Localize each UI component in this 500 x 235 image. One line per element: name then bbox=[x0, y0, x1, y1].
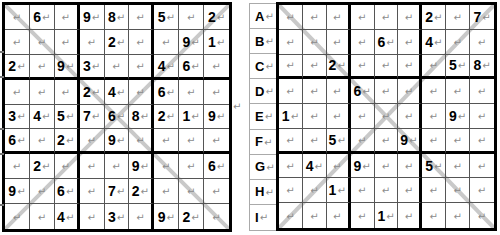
right-cell-r6c8[interactable]: ↵ bbox=[446, 129, 470, 154]
formatting-mark-icon: ↵ bbox=[382, 186, 390, 196]
right-cell-r7c6[interactable]: ↵ bbox=[398, 154, 422, 179]
given-digit: 8 bbox=[108, 10, 116, 24]
right-cell-r2c7[interactable]: 4↵ bbox=[422, 30, 446, 55]
left-cell-r8c5[interactable]: 7↵ bbox=[105, 179, 130, 204]
formatting-mark-icon: ↵ bbox=[358, 112, 366, 122]
given-digit: 6 bbox=[208, 159, 216, 173]
left-cell-r5c5[interactable]: 6↵ bbox=[105, 105, 130, 130]
right-cell-r8c6[interactable]: ↵ bbox=[398, 178, 422, 203]
formatting-mark-icon: ↵ bbox=[166, 112, 174, 122]
formatting-mark-icon: ↵ bbox=[405, 186, 413, 196]
right-cell-r6c1[interactable]: ↵ bbox=[279, 129, 303, 154]
right-cell-r8c9[interactable]: ↵ bbox=[470, 178, 494, 203]
right-cell-r9c6[interactable]: ↵ bbox=[398, 203, 422, 228]
given-digit: 9 bbox=[449, 109, 457, 123]
right-cell-r5c7[interactable]: ↵ bbox=[422, 104, 446, 129]
formatting-mark-icon: ↵ bbox=[217, 162, 225, 172]
formatting-mark-icon: ↵ bbox=[42, 13, 50, 23]
right-cell-r6c2[interactable]: ↵ bbox=[303, 129, 327, 154]
formatting-mark-icon: ↵ bbox=[66, 112, 74, 122]
right-cell-r3c6[interactable]: ↵ bbox=[398, 55, 422, 80]
left-cell-r7c7[interactable]: ↵ bbox=[154, 154, 179, 179]
given-digit: 9 bbox=[57, 59, 65, 73]
left-cell-r3c8[interactable]: 6↵ bbox=[179, 55, 204, 80]
left-cell-r4c9[interactable]: ↵ bbox=[204, 80, 229, 105]
left-cell-r9c5[interactable]: 3↵ bbox=[105, 204, 130, 229]
given-digit: 2 bbox=[425, 10, 433, 24]
left-cell-r3c5[interactable]: ↵ bbox=[105, 55, 130, 80]
formatting-mark-icon: ↵ bbox=[38, 136, 46, 146]
row-label-E: E↵ bbox=[250, 104, 276, 129]
formatting-mark-icon: ↵ bbox=[482, 61, 490, 71]
formatting-mark-icon: ↵ bbox=[42, 162, 50, 172]
row-label-letter: I bbox=[255, 211, 259, 224]
right-cell-r7c1[interactable]: ↵ bbox=[279, 154, 303, 179]
right-cell-r8c3[interactable]: 1↵ bbox=[327, 178, 351, 203]
right-cell-r1c6[interactable]: ↵ bbox=[398, 5, 422, 30]
right-cell-r1c5[interactable]: ↵ bbox=[375, 5, 399, 30]
left-cell-r1c9[interactable]: 2↵ bbox=[204, 5, 229, 30]
left-cell-r6c4[interactable]: ↵ bbox=[80, 129, 105, 154]
given-digit: 8 bbox=[473, 58, 481, 72]
formatting-mark-icon: ↵ bbox=[478, 186, 486, 196]
formatting-mark-icon: ↵ bbox=[136, 62, 144, 72]
right-cell-r5c3[interactable]: ↵ bbox=[327, 104, 351, 129]
left-cell-r8c7[interactable]: ↵ bbox=[154, 179, 179, 204]
row-label-column: A↵B↵C↵D↵E↵F↵G↵H↵I↵ bbox=[249, 3, 276, 231]
left-cell-r4c7[interactable]: 6↵ bbox=[154, 80, 179, 105]
right-cell-r4c7[interactable]: ↵ bbox=[422, 79, 446, 104]
right-cell-r2c9[interactable]: ↵ bbox=[470, 30, 494, 55]
formatting-mark-icon: ↵ bbox=[405, 162, 413, 172]
given-digit: 1 bbox=[183, 109, 191, 123]
left-cell-r2c5[interactable]: 2↵ bbox=[105, 30, 130, 55]
given-digit: 6 bbox=[158, 85, 166, 99]
left-cell-r1c6[interactable]: ↵ bbox=[129, 5, 154, 30]
formatting-mark-icon: ↵ bbox=[430, 87, 438, 97]
formatting-mark-icon: ↵ bbox=[358, 212, 366, 222]
given-digit: 9 bbox=[83, 10, 91, 24]
given-digit: 2 bbox=[158, 109, 166, 123]
formatting-mark-icon: ↵ bbox=[17, 136, 25, 146]
formatting-mark-icon: ↵ bbox=[92, 88, 100, 98]
given-digit: 4 bbox=[108, 85, 116, 99]
given-digit: 6 bbox=[8, 133, 16, 147]
left-cell-r7c1[interactable]: ↵ bbox=[5, 154, 30, 179]
left-cell-r6c3[interactable]: 2↵ bbox=[55, 129, 80, 154]
right-cell-r3c9[interactable]: 8↵ bbox=[470, 55, 494, 80]
formatting-mark-icon: ↵ bbox=[310, 87, 318, 97]
left-cell-r7c5[interactable]: ↵ bbox=[105, 154, 130, 179]
given-digit: 2 bbox=[132, 184, 140, 198]
left-cell-r2c9[interactable]: 1↵ bbox=[204, 30, 229, 55]
left-cell-r8c1[interactable]: 9↵ bbox=[5, 179, 30, 204]
row-label-D: D↵ bbox=[250, 79, 276, 104]
right-cell-r7c3[interactable]: ↵ bbox=[327, 154, 351, 179]
formatting-mark-icon: ↵ bbox=[17, 187, 25, 197]
left-cell-r3c2[interactable]: ↵ bbox=[30, 55, 55, 80]
right-cell-r9c7[interactable]: ↵ bbox=[422, 203, 446, 228]
right-cell-r9c4[interactable]: ↵ bbox=[351, 203, 375, 228]
right-cell-r7c8[interactable]: ↵ bbox=[446, 154, 470, 179]
row-label-I: I↵ bbox=[250, 205, 276, 230]
given-digit: 9 bbox=[400, 133, 408, 147]
formatting-mark-icon: ↵ bbox=[136, 88, 144, 98]
left-cell-r9c2[interactable]: ↵ bbox=[30, 204, 55, 229]
left-cell-r8c6[interactable]: 2↵ bbox=[129, 179, 154, 204]
formatting-mark-icon: ↵ bbox=[453, 87, 461, 97]
formatting-mark-icon: ↵ bbox=[405, 13, 413, 23]
given-digit: 9 bbox=[108, 133, 116, 147]
formatting-mark-icon: ↵ bbox=[286, 13, 294, 23]
given-digit: 9 bbox=[158, 210, 166, 224]
formatting-mark-icon: ↵ bbox=[87, 38, 95, 48]
given-digit: 2 bbox=[208, 10, 216, 24]
formatting-mark-icon: ↵ bbox=[382, 112, 390, 122]
formatting-mark-icon: ↵ bbox=[362, 162, 370, 172]
formatting-mark-icon: ↵ bbox=[117, 88, 125, 98]
right-cell-r7c2[interactable]: 4↵ bbox=[303, 154, 327, 179]
right-cell-r3c8[interactable]: 5↵ bbox=[446, 55, 470, 80]
given-digit: 5 bbox=[158, 10, 166, 24]
right-cell-r6c4[interactable]: ↵ bbox=[351, 129, 375, 154]
formatting-mark-icon: ↵ bbox=[286, 38, 294, 48]
left-cell-r5c4[interactable]: 7↵ bbox=[80, 105, 105, 130]
left-cell-r3c9[interactable]: ↵ bbox=[204, 55, 229, 80]
formatting-mark-icon: ↵ bbox=[358, 61, 366, 71]
left-cell-r1c2[interactable]: 6↵ bbox=[30, 5, 55, 30]
right-cell-r3c7[interactable]: ↵ bbox=[422, 55, 446, 80]
given-digit: 1 bbox=[377, 209, 385, 223]
formatting-mark-icon: ↵ bbox=[136, 38, 144, 48]
left-cell-r1c5[interactable]: 8↵ bbox=[105, 5, 130, 30]
left-cell-r3c4[interactable]: 3↵ bbox=[80, 55, 105, 80]
right-cell-r7c7[interactable]: 5↵ bbox=[422, 154, 446, 179]
right-cell-r8c1[interactable]: ↵ bbox=[279, 178, 303, 203]
formatting-mark-icon: ↵ bbox=[62, 38, 70, 48]
formatting-mark-icon: ↵ bbox=[405, 212, 413, 222]
sudoku-grid-left: ↵6↵↵9↵8↵↵5↵↵2↵↵↵↵↵2↵↵↵9↵1↵2↵↵9↵3↵↵↵4↵6↵↵… bbox=[2, 2, 232, 232]
right-cell-r8c4[interactable]: ↵ bbox=[351, 178, 375, 203]
left-cell-r2c8[interactable]: 9↵ bbox=[179, 30, 204, 55]
left-cell-r3c7[interactable]: 4↵ bbox=[154, 55, 179, 80]
left-cell-r7c3[interactable]: ↵ bbox=[55, 154, 80, 179]
left-cell-r2c1[interactable]: ↵ bbox=[5, 30, 30, 55]
left-cell-r7c6[interactable]: 9↵ bbox=[129, 154, 154, 179]
left-cell-r7c4[interactable]: ↵ bbox=[80, 154, 105, 179]
page-edge-artifact-mark bbox=[0, 128, 4, 130]
formatting-mark-icon: ↵ bbox=[162, 162, 170, 172]
left-cell-r4c5[interactable]: 4↵ bbox=[105, 80, 130, 105]
formatting-mark-icon: ↵ bbox=[66, 213, 74, 223]
right-cell-r7c5[interactable]: ↵ bbox=[375, 154, 399, 179]
formatting-mark-icon: ↵ bbox=[265, 62, 273, 72]
formatting-mark-icon: ↵ bbox=[453, 136, 461, 146]
right-cell-r5c1[interactable]: 1↵ bbox=[279, 104, 303, 129]
left-cell-r4c8[interactable]: ↵ bbox=[179, 80, 204, 105]
left-cell-r5c1[interactable]: 3↵ bbox=[5, 105, 30, 130]
right-cell-r9c8[interactable]: ↵ bbox=[446, 203, 470, 228]
right-cell-r9c1[interactable]: ↵ bbox=[279, 203, 303, 228]
formatting-mark-icon: ↵ bbox=[430, 186, 438, 196]
formatting-mark-icon: ↵ bbox=[17, 62, 25, 72]
formatting-mark-icon: ↵ bbox=[382, 13, 390, 23]
formatting-mark-icon: ↵ bbox=[191, 213, 199, 223]
formatting-mark-icon: ↵ bbox=[191, 112, 199, 122]
formatting-mark-icon: ↵ bbox=[286, 186, 294, 196]
formatting-mark-icon: ↵ bbox=[337, 61, 345, 71]
left-cell-r1c1[interactable]: ↵ bbox=[5, 5, 30, 30]
given-digit: 5 bbox=[57, 109, 65, 123]
left-cell-r4c2[interactable]: ↵ bbox=[30, 80, 55, 105]
formatting-mark-icon: ↵ bbox=[310, 136, 318, 146]
right-cell-r6c3[interactable]: 5↵ bbox=[327, 129, 351, 154]
right-cell-r2c1[interactable]: ↵ bbox=[279, 30, 303, 55]
left-cell-r7c8[interactable]: ↵ bbox=[179, 154, 204, 179]
formatting-mark-icon: ↵ bbox=[265, 12, 273, 22]
formatting-mark-icon: ↵ bbox=[310, 212, 318, 222]
right-cell-r2c8[interactable]: ↵ bbox=[446, 30, 470, 55]
formatting-mark-icon: ↵ bbox=[212, 213, 220, 223]
right-cell-r8c8[interactable]: ↵ bbox=[446, 178, 470, 203]
left-cell-r9c8[interactable]: 2↵ bbox=[179, 204, 204, 229]
row-label-F: F↵ bbox=[250, 130, 276, 155]
right-cell-r9c5[interactable]: 1↵ bbox=[375, 203, 399, 228]
right-cell-r7c4[interactable]: 9↵ bbox=[351, 154, 375, 179]
right-cell-r3c4[interactable]: ↵ bbox=[351, 55, 375, 80]
left-cell-r1c3[interactable]: ↵ bbox=[55, 5, 80, 30]
right-cell-r9c9[interactable]: ↵ bbox=[470, 203, 494, 228]
formatting-mark-icon: ↵ bbox=[141, 112, 149, 122]
formatting-mark-icon: ↵ bbox=[333, 38, 341, 48]
right-cell-r5c2[interactable]: ↵ bbox=[303, 104, 327, 129]
right-cell-r4c2[interactable]: ↵ bbox=[303, 79, 327, 104]
formatting-mark-icon: ↵ bbox=[117, 13, 125, 23]
right-cell-r4c4[interactable]: 6↵ bbox=[351, 79, 375, 104]
given-digit: 9 bbox=[354, 159, 362, 173]
right-cell-r6c5[interactable]: ↵ bbox=[375, 129, 399, 154]
row-label-letter: D bbox=[255, 85, 264, 98]
left-cell-r8c2[interactable]: ↵ bbox=[30, 179, 55, 204]
left-cell-r2c2[interactable]: ↵ bbox=[30, 30, 55, 55]
left-cell-r6c6[interactable]: ↵ bbox=[129, 129, 154, 154]
given-digit: 9 bbox=[208, 109, 216, 123]
right-cell-r4c8[interactable]: ↵ bbox=[446, 79, 470, 104]
left-cell-r9c4[interactable]: ↵ bbox=[80, 204, 105, 229]
given-digit: 3 bbox=[108, 210, 116, 224]
left-cell-r2c4[interactable]: ↵ bbox=[80, 30, 105, 55]
right-cell-r3c2[interactable]: ↵ bbox=[303, 55, 327, 80]
right-cell-r8c5[interactable]: ↵ bbox=[375, 178, 399, 203]
right-cell-r4c6[interactable]: ↵ bbox=[398, 79, 422, 104]
formatting-mark-icon: ↵ bbox=[286, 212, 294, 222]
right-cell-r5c6[interactable]: ↵ bbox=[398, 104, 422, 129]
formatting-mark-icon: ↵ bbox=[87, 162, 95, 172]
right-cell-r4c5[interactable]: ↵ bbox=[375, 79, 399, 104]
left-cell-r5c2[interactable]: 4↵ bbox=[30, 105, 55, 130]
right-cell-r2c3[interactable]: ↵ bbox=[327, 30, 351, 55]
left-cell-r1c7[interactable]: 5↵ bbox=[154, 5, 179, 30]
given-digit: 2 bbox=[329, 58, 337, 72]
right-cell-r2c4[interactable]: ↵ bbox=[351, 30, 375, 55]
right-cell-r5c4[interactable]: ↵ bbox=[351, 104, 375, 129]
left-cell-r5c8[interactable]: 1↵ bbox=[179, 105, 204, 130]
right-cell-r7c9[interactable]: ↵ bbox=[470, 154, 494, 179]
right-cell-r4c1[interactable]: ↵ bbox=[279, 79, 303, 104]
right-cell-r9c2[interactable]: ↵ bbox=[303, 203, 327, 228]
left-cell-r6c1[interactable]: 6↵ bbox=[5, 129, 30, 154]
formatting-mark-icon: ↵ bbox=[92, 112, 100, 122]
left-cell-r9c1[interactable]: ↵ bbox=[5, 204, 30, 229]
left-cell-r1c4[interactable]: 9↵ bbox=[80, 5, 105, 30]
formatting-mark-icon: ↵ bbox=[386, 38, 394, 48]
left-cell-r2c3[interactable]: ↵ bbox=[55, 30, 80, 55]
left-cell-r7c2[interactable]: 2↵ bbox=[30, 154, 55, 179]
left-cell-r3c6[interactable]: ↵ bbox=[129, 55, 154, 80]
given-digit: 2 bbox=[83, 85, 91, 99]
formatting-mark-icon: ↵ bbox=[217, 112, 225, 122]
formatting-mark-icon: ↵ bbox=[141, 187, 149, 197]
formatting-mark-icon: ↵ bbox=[162, 38, 170, 48]
right-cell-r4c9[interactable]: ↵ bbox=[470, 79, 494, 104]
left-cell-r4c4[interactable]: 2↵ bbox=[80, 80, 105, 105]
right-cell-r4c3[interactable]: ↵ bbox=[327, 79, 351, 104]
formatting-mark-icon: ↵ bbox=[62, 162, 70, 172]
right-cell-r1c1[interactable]: ↵ bbox=[279, 5, 303, 30]
right-cell-r1c7[interactable]: 2↵ bbox=[422, 5, 446, 30]
formatting-mark-icon: ↵ bbox=[191, 38, 199, 48]
given-digit: 6 bbox=[183, 59, 191, 73]
formatting-mark-icon: ↵ bbox=[264, 138, 272, 148]
left-cell-r3c1[interactable]: 2↵ bbox=[5, 55, 30, 80]
left-cell-r8c8[interactable]: ↵ bbox=[179, 179, 204, 204]
right-cell-r8c7[interactable]: ↵ bbox=[422, 178, 446, 203]
formatting-mark-icon: ↵ bbox=[382, 61, 390, 71]
right-cell-r1c8[interactable]: ↵ bbox=[446, 5, 470, 30]
formatting-mark-icon: ↵ bbox=[141, 162, 149, 172]
left-cell-r6c5[interactable]: 9↵ bbox=[105, 129, 130, 154]
formatting-mark-icon: ↵ bbox=[478, 212, 486, 222]
right-cell-r3c3[interactable]: 2↵ bbox=[327, 55, 351, 80]
left-cell-r2c7[interactable]: ↵ bbox=[154, 30, 179, 55]
left-cell-r8c3[interactable]: 6↵ bbox=[55, 179, 80, 204]
left-cell-r5c9[interactable]: 9↵ bbox=[204, 105, 229, 130]
left-cell-r5c7[interactable]: 2↵ bbox=[154, 105, 179, 130]
formatting-mark-icon: ↵ bbox=[136, 13, 144, 23]
right-cell-r1c3[interactable]: ↵ bbox=[327, 5, 351, 30]
formatting-mark-icon: ↵ bbox=[310, 38, 318, 48]
left-cell-r6c7[interactable]: ↵ bbox=[154, 129, 179, 154]
left-cell-r9c9[interactable]: ↵ bbox=[204, 204, 229, 229]
formatting-mark-icon: ↵ bbox=[386, 212, 394, 222]
row-label-letter: G bbox=[255, 160, 265, 173]
right-cell-r2c6[interactable]: ↵ bbox=[398, 30, 422, 55]
right-cell-r5c9[interactable]: ↵ bbox=[470, 104, 494, 129]
formatting-mark-icon: ↵ bbox=[136, 136, 144, 146]
left-cell-r1c8[interactable]: ↵ bbox=[179, 5, 204, 30]
formatting-mark-icon: ↵ bbox=[430, 61, 438, 71]
left-cell-r6c8[interactable]: ↵ bbox=[179, 129, 204, 154]
right-cell-r3c5[interactable]: ↵ bbox=[375, 55, 399, 80]
given-digit: 1 bbox=[208, 35, 216, 49]
right-cell-r9c3[interactable]: ↵ bbox=[327, 203, 351, 228]
left-cell-r5c3[interactable]: 5↵ bbox=[55, 105, 80, 130]
formatting-mark-icon: ↵ bbox=[212, 136, 220, 146]
right-cell-r2c5[interactable]: 6↵ bbox=[375, 30, 399, 55]
right-cell-r3c1[interactable]: ↵ bbox=[279, 55, 303, 80]
right-grid-cells: ↵↵↵↵↵↵2↵↵7↵↵↵↵↵6↵↵4↵↵↵↵↵2↵↵↵↵↵5↵8↵↵↵↵6↵↵… bbox=[279, 5, 494, 228]
right-cell-r1c9[interactable]: 7↵ bbox=[470, 5, 494, 30]
left-cell-r9c7[interactable]: 9↵ bbox=[154, 204, 179, 229]
left-cell-r2c6[interactable]: ↵ bbox=[129, 30, 154, 55]
right-cell-r1c2[interactable]: ↵ bbox=[303, 5, 327, 30]
left-cell-r6c2[interactable]: ↵ bbox=[30, 129, 55, 154]
formatting-mark-icon: ↵ bbox=[162, 136, 170, 146]
left-cell-r5c6[interactable]: 8↵ bbox=[129, 105, 154, 130]
formatting-mark-icon: ↵ bbox=[117, 112, 125, 122]
left-cell-r9c6[interactable]: ↵ bbox=[129, 204, 154, 229]
given-digit: 3 bbox=[83, 59, 91, 73]
left-cell-r3c3[interactable]: 9↵ bbox=[55, 55, 80, 80]
given-digit: 4 bbox=[158, 59, 166, 73]
right-cell-r6c6[interactable]: 9↵ bbox=[398, 129, 422, 154]
formatting-mark-icon: ↵ bbox=[434, 162, 442, 172]
given-digit: 5 bbox=[449, 58, 457, 72]
left-cell-r4c3[interactable]: ↵ bbox=[55, 80, 80, 105]
left-cell-r4c6[interactable]: ↵ bbox=[129, 80, 154, 105]
row-label-A: A↵ bbox=[250, 4, 276, 29]
row-label-letter: C bbox=[255, 60, 264, 73]
right-cell-r1c4[interactable]: ↵ bbox=[351, 5, 375, 30]
right-cell-r2c2[interactable]: ↵ bbox=[303, 30, 327, 55]
left-cell-r8c4[interactable]: ↵ bbox=[80, 179, 105, 204]
right-cell-r6c9[interactable]: ↵ bbox=[470, 129, 494, 154]
row-label-G: G↵ bbox=[250, 155, 276, 180]
row-label-B: B↵ bbox=[250, 29, 276, 54]
left-cell-r6c9[interactable]: ↵ bbox=[204, 129, 229, 154]
right-cell-r5c8[interactable]: 9↵ bbox=[446, 104, 470, 129]
given-digit: 3 bbox=[8, 109, 16, 123]
formatting-mark-icon: ↵ bbox=[434, 38, 442, 48]
formatting-mark-icon: ↵ bbox=[187, 136, 195, 146]
formatting-mark-icon: ↵ bbox=[458, 61, 466, 71]
right-cell-r6c7[interactable]: ↵ bbox=[422, 129, 446, 154]
formatting-mark-icon: ↵ bbox=[286, 61, 294, 71]
formatting-mark-icon: ↵ bbox=[265, 188, 273, 198]
row-label-H: H↵ bbox=[250, 180, 276, 205]
formatting-mark-icon: ↵ bbox=[478, 162, 486, 172]
formatting-mark-icon: ↵ bbox=[13, 213, 21, 223]
left-cell-r8c9[interactable]: ↵ bbox=[204, 179, 229, 204]
right-cell-r8c2[interactable]: ↵ bbox=[303, 178, 327, 203]
formatting-mark-icon: ↵ bbox=[117, 213, 125, 223]
formatting-mark-icon: ↵ bbox=[217, 13, 225, 23]
formatting-mark-icon: ↵ bbox=[405, 87, 413, 97]
formatting-mark-icon: ↵ bbox=[286, 87, 294, 97]
left-cell-r7c9[interactable]: 6↵ bbox=[204, 154, 229, 179]
formatting-mark-icon: ↵ bbox=[166, 88, 174, 98]
given-digit: 6 bbox=[33, 10, 41, 24]
left-cell-r4c1[interactable]: ↵ bbox=[5, 80, 30, 105]
right-cell-r5c5[interactable]: ↵ bbox=[375, 104, 399, 129]
formatting-mark-icon: ↵ bbox=[191, 62, 199, 72]
formatting-mark-icon: ↵ bbox=[453, 212, 461, 222]
row-label-letter: F bbox=[255, 135, 263, 148]
formatting-mark-icon: ↵ bbox=[478, 38, 486, 48]
left-cell-r9c3[interactable]: 4↵ bbox=[55, 204, 80, 229]
formatting-mark-icon: ↵ bbox=[266, 163, 274, 173]
formatting-mark-icon: ↵ bbox=[310, 112, 318, 122]
